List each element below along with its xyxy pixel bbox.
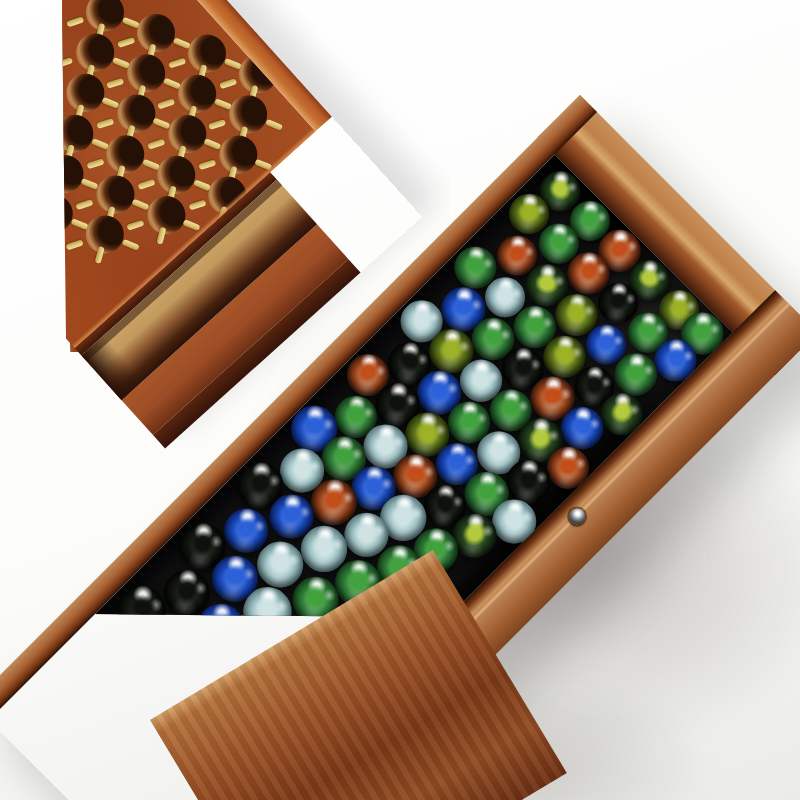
brass-inlay-dash: [35, 138, 53, 149]
board-hole: [142, 190, 191, 239]
board-hole: [121, 48, 170, 97]
brass-inlay-dash: [132, 199, 150, 211]
board-hole: [70, 28, 119, 77]
brass-inlay-dash: [158, 98, 176, 109]
brass-inlay-dash: [76, 199, 94, 210]
board-hole: [183, 29, 232, 78]
board-hole: [80, 210, 129, 259]
brass-inlay-dash: [65, 239, 83, 250]
board-hole: [101, 129, 150, 178]
brass-inlay-dash: [54, 185, 64, 203]
brass-inlay-dash: [81, 178, 99, 190]
board-hole: [213, 130, 262, 179]
brass-inlay-dash: [101, 97, 119, 109]
brass-inlay-dash: [203, 138, 221, 150]
brass-inlay-dash: [86, 158, 104, 169]
marble-black: [154, 560, 219, 625]
brass-inlay-dash: [25, 178, 43, 189]
board-hole: [91, 170, 140, 219]
board-hole: [223, 90, 272, 139]
board-hole: [111, 89, 160, 138]
brass-inlay-dash: [45, 97, 63, 108]
brass-inlay-dash: [122, 239, 140, 251]
board-hole: [172, 69, 221, 118]
board-hole: [40, 149, 89, 198]
scene: [0, 0, 800, 800]
brass-inlay-dash: [254, 159, 272, 171]
board-hole: [50, 109, 99, 158]
brass-inlay-dash: [219, 78, 237, 89]
brass-inlay-dash: [147, 139, 165, 150]
board-hole: [29, 189, 78, 238]
board-hole: [162, 109, 211, 158]
brass-inlay-dash: [107, 78, 125, 89]
brass-inlay-dash: [209, 119, 227, 130]
brass-inlay-dash: [66, 17, 84, 28]
brass-inlay-dash: [137, 179, 155, 190]
brass-inlay-dash: [183, 219, 201, 231]
brass-inlay-dash: [117, 37, 135, 48]
board-hole: [60, 68, 109, 117]
brass-inlay-dash: [127, 219, 145, 230]
brass-inlay-dash: [168, 58, 186, 69]
board-hole: [132, 8, 181, 57]
brass-inlay-dash: [152, 118, 170, 130]
brass-inlay-dash: [56, 57, 74, 68]
brass-inlay-dash: [14, 219, 32, 230]
brass-inlay-dash: [188, 200, 206, 211]
brass-inlay-dash: [198, 159, 216, 170]
brass-inlay-dash: [44, 225, 54, 243]
brass-inlay-dash: [96, 118, 114, 129]
board-hole: [152, 150, 201, 199]
brass-inlay-dash: [265, 119, 283, 131]
